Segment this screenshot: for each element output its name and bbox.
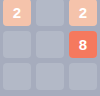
cell-r0c0: 2 [3,0,31,26]
cell-r2c1 [36,63,64,90]
tile-8-r1c2: 8 [69,31,97,58]
tile-2-r0c0: 2 [3,0,31,26]
tile-2-r0c2: 2 [69,0,97,26]
cell-r2c0 [3,63,31,90]
cell-r0c2: 2 [69,0,97,26]
game-viewport: 228 [0,0,100,96]
board[interactable]: 228 [3,0,97,90]
cell-r1c2: 8 [69,31,97,58]
cell-r2c2 [69,63,97,90]
cell-r1c1 [36,31,64,58]
cell-r1c0 [3,31,31,58]
cell-r0c1 [36,0,64,26]
